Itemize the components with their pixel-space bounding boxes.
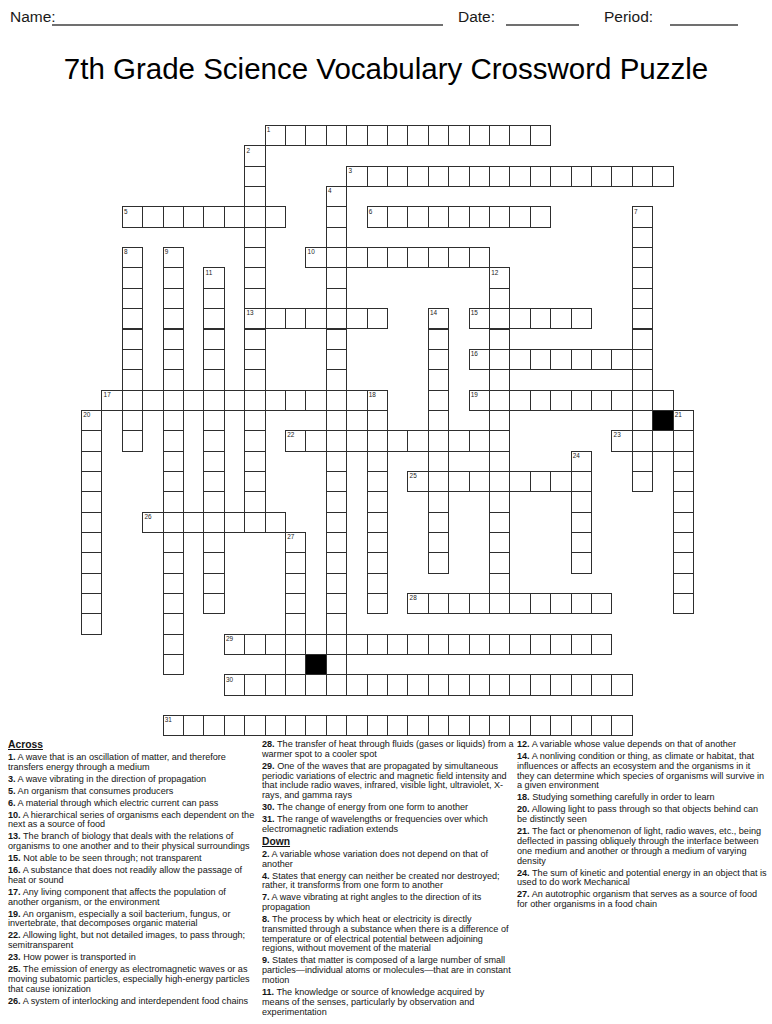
grid-cell[interactable] — [428, 166, 449, 187]
grid-cell[interactable]: 3 — [346, 166, 367, 187]
grid-cell[interactable] — [203, 288, 224, 309]
grid-cell[interactable] — [203, 471, 224, 492]
grid-cell[interactable] — [469, 715, 490, 736]
grid-cell[interactable]: 26 — [142, 512, 163, 533]
grid-cell[interactable] — [367, 410, 388, 431]
grid-cell[interactable] — [203, 552, 224, 573]
grid-cell[interactable]: 2 — [244, 145, 265, 166]
period-field[interactable] — [670, 9, 738, 26]
grid-cell[interactable] — [428, 715, 449, 736]
grid-cell[interactable] — [428, 349, 449, 370]
grid-cell[interactable] — [571, 349, 592, 370]
grid-cell[interactable] — [326, 329, 347, 350]
grid-cell[interactable] — [346, 430, 367, 451]
grid-cell[interactable] — [163, 267, 184, 288]
grid-cell[interactable] — [673, 491, 694, 512]
grid-cell[interactable] — [367, 430, 388, 451]
grid-cell[interactable] — [591, 715, 612, 736]
grid-cell[interactable] — [509, 471, 530, 492]
grid-cell[interactable] — [632, 247, 653, 268]
grid-cell[interactable] — [509, 308, 530, 329]
grid-cell[interactable] — [632, 369, 653, 390]
grid-cell[interactable] — [244, 329, 265, 350]
grid-cell[interactable] — [326, 227, 347, 248]
grid-cell[interactable] — [265, 206, 286, 227]
grid-cell[interactable] — [305, 430, 326, 451]
grid-cell[interactable] — [489, 329, 510, 350]
grid-cell[interactable] — [244, 471, 265, 492]
grid-cell[interactable] — [163, 329, 184, 350]
grid-cell[interactable] — [530, 674, 551, 695]
grid-cell[interactable] — [244, 267, 265, 288]
grid-cell[interactable] — [611, 715, 632, 736]
grid-cell[interactable] — [489, 715, 510, 736]
grid-cell[interactable] — [285, 125, 306, 146]
grid-cell[interactable] — [367, 166, 388, 187]
grid-cell[interactable] — [673, 532, 694, 553]
grid-cell[interactable] — [387, 166, 408, 187]
grid-cell[interactable] — [469, 674, 490, 695]
grid-cell[interactable] — [305, 390, 326, 411]
grid-cell[interactable] — [305, 125, 326, 146]
grid-cell[interactable] — [163, 288, 184, 309]
grid-cell[interactable] — [305, 715, 326, 736]
grid-cell[interactable]: 17 — [101, 390, 122, 411]
grid-cell[interactable] — [81, 532, 102, 553]
grid-cell[interactable] — [448, 206, 469, 227]
grid-cell[interactable] — [326, 634, 347, 655]
grid-cell[interactable] — [244, 349, 265, 370]
grid-cell[interactable] — [448, 471, 469, 492]
grid-cell[interactable] — [203, 390, 224, 411]
grid-cell[interactable]: 21 — [673, 410, 694, 431]
grid-cell[interactable] — [509, 206, 530, 227]
grid-cell[interactable] — [673, 430, 694, 451]
grid-cell[interactable] — [407, 674, 428, 695]
grid-cell[interactable] — [367, 125, 388, 146]
grid-cell[interactable]: 23 — [611, 430, 632, 451]
grid-cell[interactable] — [489, 674, 510, 695]
grid-cell[interactable] — [469, 206, 490, 227]
grid-cell[interactable] — [428, 512, 449, 533]
grid-cell[interactable] — [122, 369, 143, 390]
grid-cell[interactable] — [203, 512, 224, 533]
grid-cell[interactable] — [428, 206, 449, 227]
grid-cell[interactable] — [489, 166, 510, 187]
grid-cell[interactable] — [550, 593, 571, 614]
grid-cell[interactable] — [367, 634, 388, 655]
grid-cell[interactable] — [285, 593, 306, 614]
grid-cell[interactable] — [489, 410, 510, 431]
grid-cell[interactable] — [163, 349, 184, 370]
grid-cell[interactable] — [367, 593, 388, 614]
grid-cell[interactable] — [285, 634, 306, 655]
grid-cell[interactable] — [428, 552, 449, 573]
grid-cell[interactable] — [81, 451, 102, 472]
grid-cell[interactable] — [448, 430, 469, 451]
grid-cell[interactable] — [428, 329, 449, 350]
grid-cell[interactable]: 14 — [428, 308, 449, 329]
grid-cell[interactable] — [652, 166, 673, 187]
grid-cell[interactable] — [326, 288, 347, 309]
grid-cell[interactable] — [326, 451, 347, 472]
grid-cell[interactable] — [428, 532, 449, 553]
grid-cell[interactable] — [122, 288, 143, 309]
grid-cell[interactable] — [305, 634, 326, 655]
grid-cell[interactable] — [591, 593, 612, 614]
grid-cell[interactable] — [163, 410, 184, 431]
grid-cell[interactable] — [530, 206, 551, 227]
grid-cell[interactable] — [367, 512, 388, 533]
grid-cell[interactable] — [326, 593, 347, 614]
grid-cell[interactable]: 15 — [469, 308, 490, 329]
grid-cell[interactable] — [489, 593, 510, 614]
grid-cell[interactable] — [346, 715, 367, 736]
grid-cell[interactable]: 24 — [571, 451, 592, 472]
grid-cell[interactable] — [163, 390, 184, 411]
grid-cell[interactable] — [81, 471, 102, 492]
grid-cell[interactable]: 10 — [305, 247, 326, 268]
grid-cell[interactable] — [469, 471, 490, 492]
grid-cell[interactable] — [591, 349, 612, 370]
grid-cell[interactable] — [265, 390, 286, 411]
grid-cell[interactable] — [163, 430, 184, 451]
grid-cell[interactable] — [244, 369, 265, 390]
grid-cell[interactable] — [326, 206, 347, 227]
grid-cell[interactable] — [367, 715, 388, 736]
grid-cell[interactable] — [367, 674, 388, 695]
grid-cell[interactable] — [326, 512, 347, 533]
grid-cell[interactable] — [244, 288, 265, 309]
grid-cell[interactable] — [244, 166, 265, 187]
grid-cell[interactable] — [407, 125, 428, 146]
grid-cell[interactable] — [163, 369, 184, 390]
grid-cell[interactable] — [428, 491, 449, 512]
grid-cell[interactable]: 1 — [265, 125, 286, 146]
grid-cell[interactable] — [305, 674, 326, 695]
grid-cell[interactable] — [81, 491, 102, 512]
grid-cell[interactable] — [203, 593, 224, 614]
grid-cell[interactable] — [81, 573, 102, 594]
grid-cell[interactable] — [203, 349, 224, 370]
grid-cell[interactable] — [611, 166, 632, 187]
grid-cell[interactable] — [611, 390, 632, 411]
grid-cell[interactable] — [469, 125, 490, 146]
grid-cell[interactable] — [407, 634, 428, 655]
grid-cell[interactable] — [326, 654, 347, 675]
grid-cell[interactable] — [632, 471, 653, 492]
grid-cell[interactable] — [183, 512, 204, 533]
grid-cell[interactable]: 9 — [163, 247, 184, 268]
grid-cell[interactable] — [509, 634, 530, 655]
grid-cell[interactable] — [571, 471, 592, 492]
grid-cell[interactable] — [632, 410, 653, 431]
grid-cell[interactable] — [448, 674, 469, 695]
grid-cell[interactable] — [530, 349, 551, 370]
grid-cell[interactable] — [673, 512, 694, 533]
grid-cell[interactable] — [367, 308, 388, 329]
grid-cell[interactable] — [489, 634, 510, 655]
grid-cell[interactable] — [632, 227, 653, 248]
grid-cell[interactable]: 20 — [81, 410, 102, 431]
grid-cell[interactable]: 19 — [469, 390, 490, 411]
grid-cell[interactable] — [81, 552, 102, 573]
grid-cell[interactable] — [163, 532, 184, 553]
grid-cell[interactable] — [591, 634, 612, 655]
grid-cell[interactable] — [142, 390, 163, 411]
grid-cell[interactable] — [428, 410, 449, 431]
grid-cell[interactable] — [387, 247, 408, 268]
grid-cell[interactable] — [530, 308, 551, 329]
grid-cell[interactable] — [326, 349, 347, 370]
grid-cell[interactable] — [183, 206, 204, 227]
grid-cell[interactable] — [224, 715, 245, 736]
grid-cell[interactable] — [244, 512, 265, 533]
grid-cell[interactable] — [81, 512, 102, 533]
grid-cell[interactable] — [326, 247, 347, 268]
grid-cell[interactable] — [326, 573, 347, 594]
grid-cell[interactable] — [387, 125, 408, 146]
grid-cell[interactable]: 12 — [489, 267, 510, 288]
grid-cell[interactable] — [122, 329, 143, 350]
grid-cell[interactable]: 4 — [326, 186, 347, 207]
grid-cell[interactable] — [489, 369, 510, 390]
grid-cell[interactable] — [122, 349, 143, 370]
grid-cell[interactable] — [509, 125, 530, 146]
grid-cell[interactable] — [265, 674, 286, 695]
grid-cell[interactable] — [469, 247, 490, 268]
grid-cell[interactable] — [346, 674, 367, 695]
grid-cell[interactable]: 13 — [244, 308, 265, 329]
grid-cell[interactable] — [81, 593, 102, 614]
grid-cell[interactable] — [203, 532, 224, 553]
grid-cell[interactable] — [469, 430, 490, 451]
grid-cell[interactable] — [448, 125, 469, 146]
grid-cell[interactable] — [367, 573, 388, 594]
grid-cell[interactable] — [367, 552, 388, 573]
grid-cell[interactable]: 18 — [367, 390, 388, 411]
grid-cell[interactable] — [367, 471, 388, 492]
grid-cell[interactable] — [571, 715, 592, 736]
grid-cell[interactable] — [469, 634, 490, 655]
grid-cell[interactable] — [203, 573, 224, 594]
grid-cell[interactable] — [571, 308, 592, 329]
grid-cell[interactable] — [428, 634, 449, 655]
grid-cell[interactable]: 6 — [367, 206, 388, 227]
grid-cell[interactable] — [203, 715, 224, 736]
grid-cell[interactable] — [550, 634, 571, 655]
grid-cell[interactable]: 22 — [285, 430, 306, 451]
grid-cell[interactable] — [407, 715, 428, 736]
grid-cell[interactable] — [428, 247, 449, 268]
grid-cell[interactable] — [122, 430, 143, 451]
grid-cell[interactable] — [632, 267, 653, 288]
grid-cell[interactable] — [387, 206, 408, 227]
grid-cell[interactable] — [428, 125, 449, 146]
grid-cell[interactable] — [571, 634, 592, 655]
grid-cell[interactable] — [428, 674, 449, 695]
grid-cell[interactable] — [244, 410, 265, 431]
grid-cell[interactable] — [244, 227, 265, 248]
grid-cell[interactable] — [305, 308, 326, 329]
grid-cell[interactable] — [407, 166, 428, 187]
grid-cell[interactable] — [326, 410, 347, 431]
grid-cell[interactable] — [509, 390, 530, 411]
grid-cell[interactable] — [285, 715, 306, 736]
grid-cell[interactable] — [509, 674, 530, 695]
grid-cell[interactable]: 7 — [632, 206, 653, 227]
grid-cell[interactable] — [163, 654, 184, 675]
grid-cell[interactable] — [571, 512, 592, 533]
grid-cell[interactable] — [509, 715, 530, 736]
grid-cell[interactable] — [530, 715, 551, 736]
grid-cell[interactable] — [407, 430, 428, 451]
grid-cell[interactable] — [285, 573, 306, 594]
name-field[interactable] — [52, 9, 443, 26]
grid-cell[interactable] — [509, 166, 530, 187]
grid-cell[interactable]: 25 — [407, 471, 428, 492]
grid-cell[interactable] — [203, 410, 224, 431]
grid-cell[interactable] — [346, 247, 367, 268]
grid-cell[interactable]: 8 — [122, 247, 143, 268]
grid-cell[interactable] — [183, 715, 204, 736]
grid-cell[interactable]: 30 — [224, 674, 245, 695]
grid-cell[interactable]: 28 — [407, 593, 428, 614]
grid-cell[interactable]: 27 — [285, 532, 306, 553]
grid-cell[interactable] — [489, 532, 510, 553]
grid-cell[interactable] — [203, 491, 224, 512]
grid-cell[interactable] — [367, 491, 388, 512]
grid-cell[interactable] — [163, 552, 184, 573]
grid-cell[interactable] — [591, 390, 612, 411]
grid-cell[interactable] — [530, 634, 551, 655]
grid-cell[interactable] — [367, 247, 388, 268]
grid-cell[interactable] — [530, 166, 551, 187]
grid-cell[interactable] — [673, 552, 694, 573]
grid-cell[interactable] — [163, 512, 184, 533]
grid-cell[interactable] — [489, 308, 510, 329]
grid-cell[interactable] — [203, 329, 224, 350]
grid-cell[interactable] — [632, 329, 653, 350]
grid-cell[interactable] — [346, 634, 367, 655]
grid-cell[interactable] — [244, 247, 265, 268]
grid-cell[interactable] — [244, 390, 265, 411]
grid-cell[interactable] — [244, 491, 265, 512]
grid-cell[interactable] — [224, 512, 245, 533]
grid-cell[interactable] — [163, 206, 184, 227]
grid-cell[interactable] — [632, 430, 653, 451]
grid-cell[interactable] — [326, 491, 347, 512]
grid-cell[interactable] — [326, 267, 347, 288]
grid-cell[interactable] — [448, 634, 469, 655]
grid-cell[interactable] — [285, 613, 306, 634]
grid-cell[interactable] — [142, 206, 163, 227]
grid-cell[interactable] — [550, 308, 571, 329]
grid-cell[interactable] — [448, 247, 469, 268]
grid-cell[interactable] — [550, 715, 571, 736]
grid-cell[interactable] — [448, 715, 469, 736]
grid-cell[interactable] — [163, 593, 184, 614]
grid-cell[interactable] — [163, 308, 184, 329]
grid-cell[interactable] — [571, 552, 592, 573]
grid-cell[interactable] — [509, 349, 530, 370]
grid-cell[interactable] — [285, 654, 306, 675]
grid-cell[interactable]: 16 — [469, 349, 490, 370]
grid-cell[interactable] — [652, 430, 673, 451]
grid-cell[interactable] — [244, 451, 265, 472]
grid-cell[interactable] — [448, 593, 469, 614]
grid-cell[interactable] — [571, 491, 592, 512]
grid-cell[interactable] — [326, 125, 347, 146]
grid-cell[interactable] — [285, 552, 306, 573]
grid-cell[interactable] — [326, 715, 347, 736]
grid-cell[interactable] — [652, 390, 673, 411]
grid-cell[interactable] — [550, 674, 571, 695]
grid-cell[interactable] — [285, 308, 306, 329]
grid-cell[interactable] — [122, 308, 143, 329]
grid-cell[interactable] — [673, 573, 694, 594]
grid-cell[interactable] — [530, 593, 551, 614]
grid-cell[interactable] — [489, 390, 510, 411]
grid-cell[interactable] — [530, 125, 551, 146]
grid-cell[interactable] — [591, 674, 612, 695]
grid-cell[interactable] — [489, 125, 510, 146]
grid-cell[interactable] — [489, 288, 510, 309]
grid-cell[interactable] — [489, 430, 510, 451]
grid-cell[interactable] — [469, 166, 490, 187]
grid-cell[interactable] — [469, 593, 490, 614]
grid-cell[interactable] — [428, 369, 449, 390]
grid-cell[interactable] — [265, 308, 286, 329]
grid-cell[interactable] — [224, 206, 245, 227]
grid-cell[interactable] — [326, 369, 347, 390]
grid-cell[interactable] — [530, 471, 551, 492]
grid-cell[interactable] — [244, 715, 265, 736]
grid-cell[interactable] — [448, 166, 469, 187]
grid-cell[interactable] — [122, 410, 143, 431]
grid-cell[interactable] — [489, 573, 510, 594]
grid-cell[interactable] — [673, 593, 694, 614]
grid-cell[interactable]: 31 — [163, 715, 184, 736]
grid-cell[interactable] — [632, 349, 653, 370]
grid-cell[interactable] — [489, 349, 510, 370]
grid-cell[interactable] — [550, 166, 571, 187]
grid-cell[interactable] — [203, 308, 224, 329]
grid-cell[interactable] — [326, 390, 347, 411]
grid-cell[interactable] — [550, 471, 571, 492]
grid-cell[interactable] — [285, 674, 306, 695]
grid-cell[interactable] — [428, 451, 449, 472]
grid-cell[interactable] — [326, 430, 347, 451]
grid-cell[interactable] — [509, 593, 530, 614]
grid-cell[interactable] — [550, 390, 571, 411]
grid-cell[interactable] — [673, 471, 694, 492]
grid-cell[interactable] — [163, 471, 184, 492]
grid-cell[interactable] — [550, 349, 571, 370]
grid-cell[interactable] — [224, 390, 245, 411]
grid-cell[interactable] — [265, 634, 286, 655]
grid-cell[interactable] — [407, 206, 428, 227]
grid-cell[interactable] — [489, 206, 510, 227]
grid-cell[interactable] — [326, 613, 347, 634]
grid-cell[interactable] — [81, 430, 102, 451]
grid-cell[interactable] — [326, 308, 347, 329]
grid-cell[interactable] — [203, 430, 224, 451]
grid-cell[interactable] — [346, 308, 367, 329]
grid-cell[interactable] — [632, 308, 653, 329]
grid-cell[interactable] — [591, 166, 612, 187]
grid-cell[interactable] — [632, 390, 653, 411]
